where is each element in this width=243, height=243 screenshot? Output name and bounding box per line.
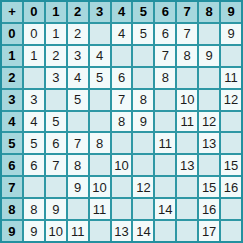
sum-cell-r8c8: 16 (199, 199, 219, 219)
empty-cell-r4c9[interactable] (221, 112, 241, 132)
empty-cell-r5c9[interactable] (221, 133, 241, 153)
empty-cell-r9c9[interactable] (221, 221, 241, 241)
sum-cell-r8c6: 14 (155, 199, 175, 219)
empty-cell-r2c5[interactable] (133, 68, 153, 88)
empty-cell-r6c3[interactable] (90, 155, 110, 175)
empty-cell-r4c6[interactable] (155, 112, 175, 132)
sum-cell-r1c3: 4 (90, 46, 110, 66)
empty-cell-r8c5[interactable] (133, 199, 153, 219)
sum-cell-r2c2: 4 (68, 68, 88, 88)
sum-cell-r0c0: 0 (24, 24, 44, 44)
col-header-5: 5 (133, 2, 153, 22)
sum-cell-r4c1: 5 (46, 112, 66, 132)
sum-cell-r3c4: 7 (112, 90, 132, 110)
sum-cell-r1c7: 8 (177, 46, 197, 66)
sum-cell-r4c0: 4 (24, 112, 44, 132)
row-header-5: 5 (2, 133, 22, 153)
sum-cell-r7c2: 9 (68, 177, 88, 197)
empty-cell-r3c1[interactable] (46, 90, 66, 110)
addition-table: +012345678900124567911234789234568113357… (0, 0, 243, 243)
sum-cell-r8c1: 9 (46, 199, 66, 219)
sum-cell-r5c1: 6 (46, 133, 66, 153)
sum-cell-r0c9: 9 (221, 24, 241, 44)
col-header-1: 1 (46, 2, 66, 22)
sum-cell-r3c2: 5 (68, 90, 88, 110)
row-header-7: 7 (2, 177, 22, 197)
col-header-0: 0 (24, 2, 44, 22)
empty-cell-r3c8[interactable] (199, 90, 219, 110)
sum-cell-r2c4: 6 (112, 68, 132, 88)
sum-cell-r9c2: 11 (68, 221, 88, 241)
operator-cell: + (2, 2, 22, 22)
empty-cell-r5c4[interactable] (112, 133, 132, 153)
empty-cell-r1c5[interactable] (133, 46, 153, 66)
row-header-0: 0 (2, 24, 22, 44)
sum-cell-r9c5: 14 (133, 221, 153, 241)
empty-cell-r2c7[interactable] (177, 68, 197, 88)
sum-cell-r6c9: 15 (221, 155, 241, 175)
empty-cell-r7c7[interactable] (177, 177, 197, 197)
sum-cell-r3c5: 8 (133, 90, 153, 110)
empty-cell-r0c8[interactable] (199, 24, 219, 44)
row-header-2: 2 (2, 68, 22, 88)
sum-cell-r2c6: 8 (155, 68, 175, 88)
empty-cell-r9c7[interactable] (177, 221, 197, 241)
empty-cell-r3c6[interactable] (155, 90, 175, 110)
sum-cell-r3c7: 10 (177, 90, 197, 110)
sum-cell-r5c0: 5 (24, 133, 44, 153)
sum-cell-r4c8: 12 (199, 112, 219, 132)
sum-cell-r5c8: 13 (199, 133, 219, 153)
sum-cell-r4c5: 9 (133, 112, 153, 132)
sum-cell-r7c3: 10 (90, 177, 110, 197)
empty-cell-r9c3[interactable] (90, 221, 110, 241)
sum-cell-r5c3: 8 (90, 133, 110, 153)
empty-cell-r8c4[interactable] (112, 199, 132, 219)
sum-cell-r1c8: 9 (199, 46, 219, 66)
sum-cell-r2c1: 3 (46, 68, 66, 88)
empty-cell-r7c0[interactable] (24, 177, 44, 197)
empty-cell-r4c2[interactable] (68, 112, 88, 132)
sum-cell-r6c7: 13 (177, 155, 197, 175)
sum-cell-r8c3: 11 (90, 199, 110, 219)
empty-cell-r8c9[interactable] (221, 199, 241, 219)
col-header-2: 2 (68, 2, 88, 22)
empty-cell-r6c8[interactable] (199, 155, 219, 175)
col-header-3: 3 (90, 2, 110, 22)
empty-cell-r7c4[interactable] (112, 177, 132, 197)
sum-cell-r9c4: 13 (112, 221, 132, 241)
sum-cell-r1c1: 2 (46, 46, 66, 66)
empty-cell-r7c6[interactable] (155, 177, 175, 197)
empty-cell-r8c7[interactable] (177, 199, 197, 219)
empty-cell-r6c6[interactable] (155, 155, 175, 175)
sum-cell-r9c8: 17 (199, 221, 219, 241)
sum-cell-r3c0: 3 (24, 90, 44, 110)
sum-cell-r0c1: 1 (46, 24, 66, 44)
sum-cell-r0c4: 4 (112, 24, 132, 44)
row-header-1: 1 (2, 46, 22, 66)
sum-cell-r3c9: 12 (221, 90, 241, 110)
sum-cell-r8c0: 8 (24, 199, 44, 219)
sum-cell-r1c6: 7 (155, 46, 175, 66)
empty-cell-r2c0[interactable] (24, 68, 44, 88)
empty-cell-r7c1[interactable] (46, 177, 66, 197)
sum-cell-r0c7: 7 (177, 24, 197, 44)
sum-cell-r7c5: 12 (133, 177, 153, 197)
row-header-9: 9 (2, 221, 22, 241)
empty-cell-r4c3[interactable] (90, 112, 110, 132)
sum-cell-r5c6: 11 (155, 133, 175, 153)
sum-cell-r7c8: 15 (199, 177, 219, 197)
col-header-9: 9 (221, 2, 241, 22)
col-header-4: 4 (112, 2, 132, 22)
sum-cell-r2c9: 11 (221, 68, 241, 88)
empty-cell-r1c9[interactable] (221, 46, 241, 66)
sum-cell-r5c2: 7 (68, 133, 88, 153)
sum-cell-r9c1: 10 (46, 221, 66, 241)
sum-cell-r6c1: 7 (46, 155, 66, 175)
sum-cell-r6c4: 10 (112, 155, 132, 175)
row-header-4: 4 (2, 112, 22, 132)
sum-cell-r1c0: 1 (24, 46, 44, 66)
sum-cell-r6c0: 6 (24, 155, 44, 175)
empty-cell-r5c5[interactable] (133, 133, 153, 153)
sum-cell-r4c4: 8 (112, 112, 132, 132)
row-header-6: 6 (2, 155, 22, 175)
sum-cell-r0c5: 5 (133, 24, 153, 44)
empty-cell-r1c4[interactable] (112, 46, 132, 66)
row-header-3: 3 (2, 90, 22, 110)
col-header-7: 7 (177, 2, 197, 22)
sum-cell-r7c9: 16 (221, 177, 241, 197)
sum-cell-r4c7: 11 (177, 112, 197, 132)
empty-cell-r2c8[interactable] (199, 68, 219, 88)
empty-cell-r3c3[interactable] (90, 90, 110, 110)
empty-cell-r6c5[interactable] (133, 155, 153, 175)
sum-cell-r9c0: 9 (24, 221, 44, 241)
empty-cell-r0c3[interactable] (90, 24, 110, 44)
col-header-8: 8 (199, 2, 219, 22)
sum-cell-r2c3: 5 (90, 68, 110, 88)
row-header-8: 8 (2, 199, 22, 219)
sum-cell-r1c2: 3 (68, 46, 88, 66)
sum-cell-r0c6: 6 (155, 24, 175, 44)
empty-cell-r8c2[interactable] (68, 199, 88, 219)
sum-cell-r6c2: 8 (68, 155, 88, 175)
sum-cell-r0c2: 2 (68, 24, 88, 44)
col-header-6: 6 (155, 2, 175, 22)
empty-cell-r5c7[interactable] (177, 133, 197, 153)
empty-cell-r9c6[interactable] (155, 221, 175, 241)
